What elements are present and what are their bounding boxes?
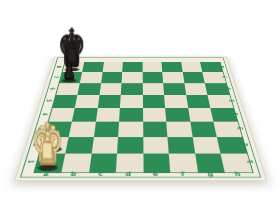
white-rook-glyph: ♜ — [35, 132, 58, 169]
rank-label-right-7: 7 — [214, 75, 236, 79]
chess-set-photo: abcdefgh 87654321 87654321 ♜♞♝♛♚♝♞♜♟♟♟♟♟… — [0, 0, 280, 205]
rank-label-left-6: 6 — [40, 86, 63, 91]
rank-label-right-8: 8 — [212, 65, 233, 69]
rank-label-left-8: 8 — [47, 65, 68, 69]
board-perspective-wrapper: abcdefgh 87654321 87654321 ♜♞♝♛♚♝♞♜♟♟♟♟♟… — [0, 0, 280, 205]
rank-label-right-6: 6 — [217, 86, 240, 91]
rank-label-left-5: 5 — [36, 98, 60, 103]
vinyl-board-mat: abcdefgh 87654321 87654321 ♜♞♝♛♚♝♞♜♟♟♟♟♟… — [13, 56, 267, 181]
rank-label-right-5: 5 — [221, 98, 245, 103]
rank-label-left-7: 7 — [44, 75, 66, 79]
